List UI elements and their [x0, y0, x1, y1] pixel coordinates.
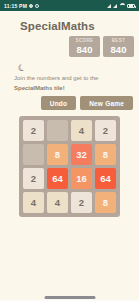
board-cell: 4	[23, 192, 44, 213]
board-cell: 8	[47, 144, 68, 165]
battery-icon	[127, 4, 135, 9]
undo-button[interactable]: Undo	[41, 96, 76, 110]
board-cell: 64	[95, 168, 116, 189]
app-screen: 11:15 PM SpecialMaths SCORE 840 BEST 840…	[0, 0, 139, 302]
board-cell: 2	[23, 120, 44, 141]
board-cell: 4	[71, 120, 92, 141]
best-label: BEST	[112, 39, 126, 44]
cellular-signal2-icon	[113, 4, 117, 8]
intro-line2-em: SpecialMaths	[14, 85, 52, 91]
wifi-icon	[120, 3, 125, 8]
best-box: BEST 840	[103, 36, 134, 57]
score-value: 840	[77, 45, 93, 55]
board-cell: 4	[47, 192, 68, 213]
board-cell: 32	[71, 144, 92, 165]
game-board[interactable]: 2 4 2 8 32 8 2 64 16 64 4 4 2 8	[19, 116, 120, 217]
board-cell	[23, 144, 44, 165]
board-cell: 8	[95, 192, 116, 213]
page-title: SpecialMaths	[20, 20, 139, 32]
dark-mode-moon-icon[interactable]: ☾	[17, 62, 28, 74]
new-game-button[interactable]: New Game	[80, 96, 133, 110]
controls-row: Undo New Game	[0, 96, 133, 110]
board-cell: 8	[95, 144, 116, 165]
score-panel: SCORE 840 BEST 840	[0, 36, 134, 57]
intro-line2-rest: tile!	[52, 85, 64, 91]
gesture-pill[interactable]	[44, 296, 95, 299]
app-notification-icon	[35, 4, 39, 8]
status-bar: 11:15 PM	[0, 0, 139, 11]
board-cell: 16	[71, 168, 92, 189]
best-value: 840	[111, 45, 127, 55]
cellular-signal-icon	[107, 4, 111, 8]
board-cell: 2	[23, 168, 44, 189]
board-cell: 2	[95, 120, 116, 141]
board-cell: 64	[47, 168, 68, 189]
notification-icon	[29, 4, 33, 8]
score-box: SCORE 840	[69, 36, 100, 57]
intro-line1: Join the numbers and get to the	[14, 75, 98, 81]
intro-text: Join the numbers and get to the SpecialM…	[14, 74, 139, 93]
board-cell	[47, 120, 68, 141]
clock-time: 11:15 PM	[4, 3, 27, 9]
score-label: SCORE	[75, 39, 93, 44]
board-cell: 2	[71, 192, 92, 213]
